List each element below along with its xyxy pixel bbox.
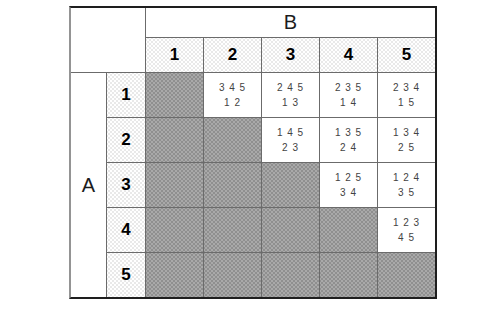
cell-bottom-line: 1 5	[398, 95, 415, 110]
cell-a3-b3-blocked	[262, 163, 319, 207]
cell-a2-b4: 1 3 52 4	[320, 118, 377, 162]
cell-a4-b3-blocked	[262, 208, 319, 252]
cell-bottom-line: 2 4	[340, 140, 357, 155]
cell-a5-b1-blocked	[146, 253, 203, 297]
cell-top-line: 1 2 4	[393, 170, 420, 185]
cell-a5-b5-blocked	[378, 253, 435, 297]
cell-a1-b2: 3 4 51 2	[204, 73, 261, 117]
cell-bottom-line: 1 4	[340, 95, 357, 110]
cell-bottom-line: 2 3	[282, 140, 299, 155]
cell-a4-b4-blocked	[320, 208, 377, 252]
row-header-5: 5	[107, 253, 145, 297]
col-header-2: 2	[204, 38, 261, 72]
combination-table: B A 12345123453 4 51 22 4 51 32 3 51 42 …	[69, 6, 437, 299]
cell-top-line: 2 3 5	[335, 80, 362, 95]
cell-a5-b3-blocked	[262, 253, 319, 297]
cell-bottom-line: 1 2	[224, 95, 241, 110]
cell-a1-b4: 2 3 51 4	[320, 73, 377, 117]
cell-a3-b1-blocked	[146, 163, 203, 207]
row-header-3: 3	[107, 163, 145, 207]
cell-top-line: 1 3 5	[335, 125, 362, 140]
cell-a2-b5: 1 3 42 5	[378, 118, 435, 162]
cell-top-line: 1 2 5	[335, 170, 362, 185]
cell-a5-b2-blocked	[204, 253, 261, 297]
cell-bottom-line: 1 3	[282, 95, 299, 110]
cell-top-line: 1 2 3	[393, 215, 420, 230]
col-header-5: 5	[378, 38, 435, 72]
cell-a2-b2-blocked	[204, 118, 261, 162]
cell-a3-b2-blocked	[204, 163, 261, 207]
page: B A 12345123453 4 51 22 4 51 32 3 51 42 …	[0, 0, 480, 312]
cell-bottom-line: 3 4	[340, 185, 357, 200]
row-header-2: 2	[107, 118, 145, 162]
cell-bottom-line: 4 5	[398, 230, 415, 245]
col-header-4: 4	[320, 38, 377, 72]
cell-top-line: 3 4 5	[219, 80, 246, 95]
row-group-label: A	[71, 73, 106, 297]
cell-a1-b1-blocked	[146, 73, 203, 117]
cell-a4-b5: 1 2 34 5	[378, 208, 435, 252]
row-header-1: 1	[107, 73, 145, 117]
cell-a3-b5: 1 2 43 5	[378, 163, 435, 207]
cell-top-line: 1 4 5	[277, 125, 304, 140]
cell-a1-b3: 2 4 51 3	[262, 73, 319, 117]
corner-cell	[71, 8, 145, 72]
cell-top-line: 2 4 5	[277, 80, 304, 95]
col-header-3: 3	[262, 38, 319, 72]
cell-a1-b5: 2 3 41 5	[378, 73, 435, 117]
col-header-1: 1	[146, 38, 203, 72]
cell-top-line: 1 3 4	[393, 125, 420, 140]
col-group-label: B	[146, 8, 435, 37]
cell-bottom-line: 2 5	[398, 140, 415, 155]
cell-a3-b4: 1 2 53 4	[320, 163, 377, 207]
cell-a2-b1-blocked	[146, 118, 203, 162]
cell-top-line: 2 3 4	[393, 80, 420, 95]
row-header-4: 4	[107, 208, 145, 252]
cell-a5-b4-blocked	[320, 253, 377, 297]
cell-a4-b2-blocked	[204, 208, 261, 252]
cell-a2-b3: 1 4 52 3	[262, 118, 319, 162]
cell-a4-b1-blocked	[146, 208, 203, 252]
cell-bottom-line: 3 5	[398, 185, 415, 200]
